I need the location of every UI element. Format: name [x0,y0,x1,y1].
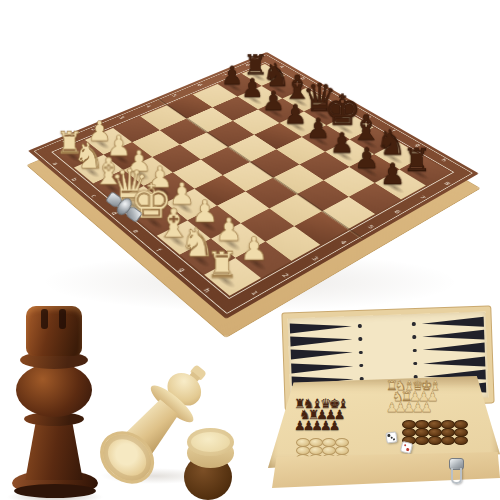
product-photo: abcdefgh abcdefgh 87654321 87654321 ♜♞♝♛… [0,0,500,500]
backgammon-point [423,343,485,355]
dark-pieces-in-box: ♜♞♝♛♚♝♞♜♟♟♟♟♟♟♟♟ [294,398,346,431]
piece-black-pawn: ♟ [220,64,243,88]
rook-crenellation [59,309,66,329]
stored-piece: ♟ [294,418,303,433]
stored-piece: ♟ [386,400,395,415]
piece-black-pawn: ♟ [240,77,263,101]
die-pip [406,448,409,451]
stored-piece: ♟ [303,418,312,433]
open-game-box: ♜♞♝♛♚♝♞♜♟♟♟♟♟♟♟♟ ♜♞♝♛♚♝♞♜♟♟♟♟♟♟♟♟ [260,300,500,500]
backgammon-point [290,321,352,333]
lid-dot [412,322,416,326]
lid-dot [413,349,417,353]
rook-body [22,420,86,480]
lid-dot [358,337,362,341]
stored-piece: ♟ [412,400,421,415]
backgammon-point [291,361,353,373]
dark-rook-closeup [12,306,98,500]
piece-black-pawn: ♟ [261,89,284,114]
lid-dot [358,324,362,328]
piece-black-pawn: ♟ [329,131,354,157]
latch-hook [451,468,462,484]
stored-piece: ♟ [395,400,404,415]
rook-bulb [16,363,92,417]
stored-checker [428,436,442,445]
stored-piece: ♟ [403,400,412,415]
stored-piece: ♟ [320,418,329,433]
rook-base-bottom [14,484,96,498]
checkers-stack-closeup [182,426,238,500]
stored-checker [415,436,429,445]
stored-checker [441,436,455,445]
die-red-pips [400,441,413,454]
lid-dot [413,362,417,366]
box-latch [448,458,466,488]
piece-white-rook: ♜ [206,248,238,282]
lid-dot [359,350,363,354]
piece-black-pawn: ♟ [305,116,329,142]
lid-dot [412,335,416,339]
backgammon-point [423,356,485,368]
light-checker-top [187,428,234,456]
die-black-pips [385,431,397,443]
rook-crenellation [41,309,48,329]
die-pip [393,438,396,441]
piece-black-pawn: ♟ [379,161,405,189]
stored-piece: ♟ [421,400,430,415]
stored-piece: ♟ [311,418,320,433]
light-pieces-in-box: ♜♞♝♛♚♝♞♜♟♟♟♟♟♟♟♟ [386,380,438,413]
piece-black-pawn: ♟ [283,103,307,128]
backgammon-point [422,317,484,329]
die-pip [404,444,407,447]
backgammon-point [290,334,352,346]
piece-black-pawn: ♟ [353,146,378,173]
backgammon-point [422,330,484,342]
piece-white-pawn: ♟ [239,235,268,265]
dark-checkers-in-box [402,420,476,444]
backgammon-point [291,348,353,360]
piece-white-pawn: ♟ [214,216,242,246]
stored-piece: ♟ [329,418,338,433]
piece-black-rook: ♜ [403,145,431,175]
stored-checker [454,436,468,445]
rook-head [26,306,82,356]
lid-dot [359,364,363,368]
